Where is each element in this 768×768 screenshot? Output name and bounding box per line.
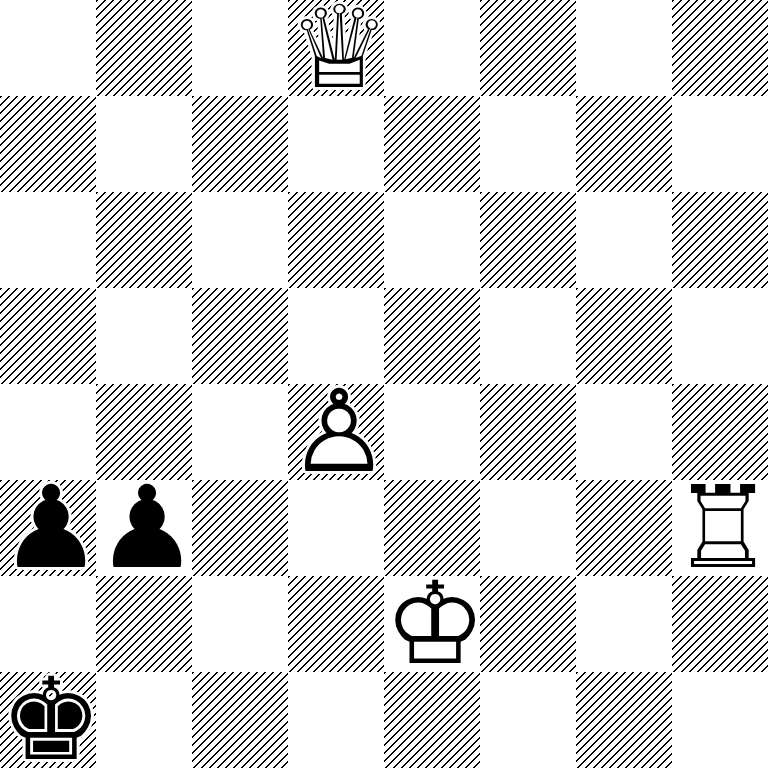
piece-white-rook[interactable]: ♜♖	[672, 480, 768, 576]
square-e4[interactable]	[384, 384, 480, 480]
square-d1[interactable]	[288, 672, 384, 768]
square-c4[interactable]	[192, 384, 288, 480]
square-d4[interactable]: ♟♙	[288, 384, 384, 480]
square-c1[interactable]	[192, 672, 288, 768]
square-e2[interactable]: ♚♔	[384, 576, 480, 672]
square-d6[interactable]	[288, 192, 384, 288]
square-a3[interactable]: ♟♟	[0, 480, 96, 576]
black-king-icon: ♚	[0, 672, 96, 768]
square-c8[interactable]	[192, 0, 288, 96]
square-c5[interactable]	[192, 288, 288, 384]
square-c7[interactable]	[192, 96, 288, 192]
square-g2[interactable]	[576, 576, 672, 672]
square-g1[interactable]	[576, 672, 672, 768]
square-f2[interactable]	[480, 576, 576, 672]
square-a7[interactable]	[0, 96, 96, 192]
square-h6[interactable]	[672, 192, 768, 288]
square-g8[interactable]	[576, 0, 672, 96]
square-g6[interactable]	[576, 192, 672, 288]
square-c3[interactable]	[192, 480, 288, 576]
square-b7[interactable]	[96, 96, 192, 192]
square-h3[interactable]: ♜♖	[672, 480, 768, 576]
square-f1[interactable]	[480, 672, 576, 768]
square-e6[interactable]	[384, 192, 480, 288]
square-a5[interactable]	[0, 288, 96, 384]
square-h8[interactable]	[672, 0, 768, 96]
square-b3[interactable]: ♟♟	[96, 480, 192, 576]
square-g5[interactable]	[576, 288, 672, 384]
square-d2[interactable]	[288, 576, 384, 672]
square-b5[interactable]	[96, 288, 192, 384]
square-c2[interactable]	[192, 576, 288, 672]
piece-white-queen[interactable]: ♛♕	[288, 0, 384, 96]
square-f8[interactable]	[480, 0, 576, 96]
square-f5[interactable]	[480, 288, 576, 384]
square-e7[interactable]	[384, 96, 480, 192]
square-f6[interactable]	[480, 192, 576, 288]
white-king-icon: ♔	[384, 576, 480, 672]
square-h1[interactable]	[672, 672, 768, 768]
square-g7[interactable]	[576, 96, 672, 192]
chess-board: ♛♕♟♙♟♟♟♟♜♖♚♔♚♚	[0, 0, 768, 768]
square-f4[interactable]	[480, 384, 576, 480]
square-a6[interactable]	[0, 192, 96, 288]
piece-black-king[interactable]: ♚♚	[0, 672, 96, 768]
square-b1[interactable]	[96, 672, 192, 768]
square-a8[interactable]	[0, 0, 96, 96]
square-d8[interactable]: ♛♕	[288, 0, 384, 96]
piece-white-pawn[interactable]: ♟♙	[288, 384, 384, 480]
black-pawn-icon: ♟	[96, 480, 192, 576]
square-a1[interactable]: ♚♚	[0, 672, 96, 768]
square-b6[interactable]	[96, 192, 192, 288]
piece-black-pawn[interactable]: ♟♟	[0, 480, 96, 576]
piece-white-king[interactable]: ♚♔	[384, 576, 480, 672]
square-g4[interactable]	[576, 384, 672, 480]
square-g3[interactable]	[576, 480, 672, 576]
square-c6[interactable]	[192, 192, 288, 288]
square-e8[interactable]	[384, 0, 480, 96]
square-b8[interactable]	[96, 0, 192, 96]
white-queen-icon: ♕	[288, 0, 384, 96]
square-f3[interactable]	[480, 480, 576, 576]
square-f7[interactable]	[480, 96, 576, 192]
white-rook-icon: ♖	[672, 480, 768, 576]
square-h7[interactable]	[672, 96, 768, 192]
square-e5[interactable]	[384, 288, 480, 384]
piece-black-pawn[interactable]: ♟♟	[96, 480, 192, 576]
white-pawn-icon: ♙	[288, 384, 384, 480]
square-h5[interactable]	[672, 288, 768, 384]
black-pawn-icon: ♟	[0, 480, 96, 576]
